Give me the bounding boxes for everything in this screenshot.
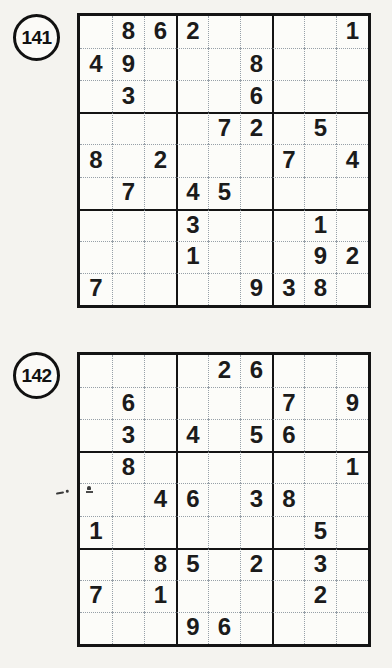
sudoku-cell-r3c2: 3 [112,419,144,451]
sudoku-cell-r7c4: 5 [176,548,208,580]
sudoku-cell-r6c1 [80,177,112,209]
sudoku-cell-r7c6: 2 [240,548,272,580]
sudoku-cell-r8c4 [176,580,208,612]
sudoku-cell-r2c2: 9 [112,48,144,80]
sudoku-cell-r4c8 [304,451,336,483]
sudoku-cell-r2c4 [176,48,208,80]
sudoku-cell-r9c4 [176,273,208,305]
sudoku-cell-r7c3 [144,209,176,241]
sudoku-cell-r9c8: 8 [304,273,336,305]
sudoku-cell-r2c9: 9 [336,387,368,419]
sudoku-cell-r4c3 [144,451,176,483]
sudoku-cell-r6c1: 1 [80,516,112,548]
sudoku-cell-r3c9 [336,80,368,112]
sudoku-cell-r3c9 [336,419,368,451]
sudoku-cell-r1c7 [272,355,304,387]
sudoku-cell-r1c1 [80,355,112,387]
sudoku-cell-r8c6 [240,241,272,273]
sudoku-cell-r5c8 [304,144,336,176]
sudoku-cell-r2c4 [176,387,208,419]
sudoku-cell-r2c1 [80,387,112,419]
sudoku-cell-r7c9 [336,548,368,580]
sudoku-cell-r8c6 [240,580,272,612]
sudoku-cell-r2c8 [304,48,336,80]
sudoku-cell-r2c2: 6 [112,387,144,419]
sudoku-cell-r1c8 [304,16,336,48]
sudoku-cell-r9c9 [336,273,368,305]
sudoku-cell-r9c7 [272,612,304,644]
sudoku-cell-r6c6 [240,177,272,209]
sudoku-cell-r3c6: 5 [240,419,272,451]
sudoku-cell-r7c5 [208,209,240,241]
sudoku-cell-r5c5 [208,483,240,515]
puzzle-number-141: 141 [21,27,51,49]
sudoku-cell-r5c4 [176,144,208,176]
sudoku-cell-r6c3 [144,177,176,209]
sudoku-cell-r3c8 [304,419,336,451]
sudoku-cell-r6c5 [208,516,240,548]
sudoku-cell-r4c5 [208,451,240,483]
sudoku-cell-r5c4: 6 [176,483,208,515]
sudoku-cell-r9c1 [80,612,112,644]
sudoku-cell-r2c3 [144,387,176,419]
sudoku-cell-r3c8 [304,80,336,112]
sudoku-cell-r8c8: 2 [304,580,336,612]
sudoku-cell-r7c2 [112,548,144,580]
sudoku-cell-r1c3 [144,355,176,387]
sudoku-cell-r2c1: 4 [80,48,112,80]
sudoku-cell-r4c7 [272,112,304,144]
sudoku-cell-r7c3: 8 [144,548,176,580]
puzzle-number-badge-142: 142 [13,352,60,399]
sudoku-cell-r6c4: 4 [176,177,208,209]
sudoku-cell-r9c1: 7 [80,273,112,305]
sudoku-cell-r1c8 [304,355,336,387]
sudoku-cell-r5c7: 7 [272,144,304,176]
sudoku-cell-r5c2 [112,483,144,515]
sudoku-cell-r5c3: 4 [144,483,176,515]
sudoku-cell-r8c3 [144,241,176,273]
sudoku-cell-r7c7 [272,548,304,580]
sudoku-cell-r4c6: 2 [240,112,272,144]
sudoku-cell-r6c9 [336,177,368,209]
sudoku-cell-r8c1: 7 [80,580,112,612]
sudoku-cell-r8c4: 1 [176,241,208,273]
sudoku-cell-r9c4: 9 [176,612,208,644]
sudoku-cell-r3c6: 6 [240,80,272,112]
sudoku-cell-r6c8: 5 [304,516,336,548]
sudoku-cell-r9c2 [112,612,144,644]
sudoku-cell-r4c1 [80,451,112,483]
sudoku-cell-r9c2 [112,273,144,305]
sudoku-cell-r4c2: 8 [112,451,144,483]
sudoku-cell-r4c2 [112,112,144,144]
sudoku-cell-r7c4: 3 [176,209,208,241]
sudoku-cell-r4c9: 1 [336,451,368,483]
sudoku-cell-r9c3 [144,273,176,305]
sudoku-cell-r4c4 [176,451,208,483]
puzzle-number-142: 142 [21,365,51,387]
sudoku-cell-r3c7 [272,80,304,112]
sudoku-cell-r7c7 [272,209,304,241]
sudoku-cell-r8c3: 1 [144,580,176,612]
sudoku-cell-r8c2 [112,580,144,612]
sudoku-cell-r8c1 [80,241,112,273]
sudoku-cell-r3c5 [208,80,240,112]
sudoku-cell-r6c2: 7 [112,177,144,209]
sudoku-cell-r9c6: 9 [240,273,272,305]
sudoku-cell-r9c3 [144,612,176,644]
sudoku-cell-r8c8: 9 [304,241,336,273]
sudoku-cell-r6c7 [272,516,304,548]
sudoku-cell-r7c5 [208,548,240,580]
sudoku-cell-r4c5: 7 [208,112,240,144]
sudoku-cell-r5c8 [304,483,336,515]
sudoku-cell-r1c5: 2 [208,355,240,387]
sudoku-cell-r3c4 [176,80,208,112]
sudoku-cell-r8c5 [208,580,240,612]
sudoku-cell-r7c8: 3 [304,548,336,580]
sudoku-cell-r9c6 [240,612,272,644]
sudoku-cell-r5c6 [240,144,272,176]
sudoku-cell-r8c7 [272,241,304,273]
sudoku-board-141: 8621498367258274745311927938 [77,13,371,308]
sudoku-cell-r9c7: 3 [272,273,304,305]
sudoku-cell-r5c1 [80,483,112,515]
sudoku-cell-r9c5: 6 [208,612,240,644]
sudoku-cell-r5c9 [336,483,368,515]
sudoku-cell-r4c3 [144,112,176,144]
puzzle-number-badge-141: 141 [13,14,60,61]
sudoku-cell-r2c9 [336,48,368,80]
sudoku-cell-r2c7 [272,48,304,80]
sudoku-board-142: 26679345681463815852371296 [77,352,371,647]
sudoku-cell-r4c6 [240,451,272,483]
sudoku-cell-r6c2 [112,516,144,548]
sudoku-cell-r6c6 [240,516,272,548]
sudoku-cell-r7c6 [240,209,272,241]
sudoku-cell-r3c1 [80,419,112,451]
sudoku-cell-r3c3 [144,419,176,451]
sudoku-cell-r6c3 [144,516,176,548]
sudoku-cell-r3c5 [208,419,240,451]
sudoku-cell-r1c3: 6 [144,16,176,48]
sudoku-cell-r3c3 [144,80,176,112]
sudoku-cell-r1c5 [208,16,240,48]
sudoku-cell-r6c8 [304,177,336,209]
sudoku-cell-r5c7: 8 [272,483,304,515]
sudoku-cell-r6c5: 5 [208,177,240,209]
sudoku-cell-r5c1: 8 [80,144,112,176]
sudoku-cell-r3c7: 6 [272,419,304,451]
sudoku-cell-r9c5 [208,273,240,305]
sudoku-cell-r4c8: 5 [304,112,336,144]
sudoku-cell-r5c5 [208,144,240,176]
sudoku-cell-r4c7 [272,451,304,483]
sudoku-cell-r3c4: 4 [176,419,208,451]
puzzle-book-page: 141 8621498367258274745311927938 142 266… [0,0,392,668]
sudoku-cell-r1c6 [240,16,272,48]
sudoku-cell-r4c1 [80,112,112,144]
sudoku-cell-r8c9: 2 [336,241,368,273]
sudoku-cell-r4c4 [176,112,208,144]
sudoku-cell-r4c9 [336,112,368,144]
sudoku-cell-r2c5 [208,387,240,419]
sudoku-cell-r1c4: 2 [176,16,208,48]
sudoku-cell-r3c1 [80,80,112,112]
sudoku-cell-r6c7 [272,177,304,209]
sudoku-cell-r7c2 [112,209,144,241]
sudoku-cell-r2c3 [144,48,176,80]
sudoku-cell-r8c2 [112,241,144,273]
sudoku-cell-r3c2: 3 [112,80,144,112]
sudoku-cell-r5c3: 2 [144,144,176,176]
sudoku-cell-r7c1 [80,209,112,241]
ink-smudge [87,486,91,490]
sudoku-cell-r8c5 [208,241,240,273]
sudoku-cell-r1c4 [176,355,208,387]
sudoku-cell-r5c9: 4 [336,144,368,176]
sudoku-cell-r5c2 [112,144,144,176]
sudoku-cell-r7c9 [336,209,368,241]
sudoku-cell-r2c6 [240,387,272,419]
sudoku-cell-r7c8: 1 [304,209,336,241]
sudoku-cell-r5c6: 3 [240,483,272,515]
sudoku-cell-r6c4 [176,516,208,548]
sudoku-cell-r9c9 [336,612,368,644]
sudoku-cell-r7c1 [80,548,112,580]
sudoku-cell-r1c7 [272,16,304,48]
sudoku-cell-r1c1 [80,16,112,48]
ink-smudge [56,491,64,494]
sudoku-cell-r1c9: 1 [336,16,368,48]
sudoku-cell-r2c6: 8 [240,48,272,80]
sudoku-cell-r1c2 [112,355,144,387]
sudoku-cell-r2c7: 7 [272,387,304,419]
sudoku-cell-r8c7 [272,580,304,612]
sudoku-cell-r1c9 [336,355,368,387]
sudoku-cell-r1c2: 8 [112,16,144,48]
sudoku-cell-r2c8 [304,387,336,419]
sudoku-cell-r1c6: 6 [240,355,272,387]
sudoku-cell-r6c9 [336,516,368,548]
sudoku-cell-r9c8 [304,612,336,644]
sudoku-cell-r2c5 [208,48,240,80]
sudoku-cell-r8c9 [336,580,368,612]
